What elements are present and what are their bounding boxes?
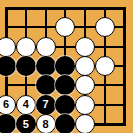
white-stone	[75, 56, 95, 76]
white-stone	[36, 37, 56, 57]
white-stone	[75, 75, 95, 95]
black-stone	[16, 56, 36, 76]
white-stone	[95, 17, 115, 37]
move-number-label: 6	[3, 99, 9, 110]
white-stone	[75, 95, 95, 115]
white-stone	[55, 17, 75, 37]
white-stone	[95, 56, 115, 76]
black-stone	[55, 95, 75, 115]
go-board-diagram: 64758	[0, 0, 133, 133]
black-stone: 5	[16, 114, 36, 133]
white-stone: 8	[36, 114, 56, 133]
white-stone: 4	[16, 95, 36, 115]
move-number-label: 4	[23, 99, 29, 110]
black-stone	[55, 114, 75, 133]
black-stone	[36, 75, 56, 95]
white-stone	[75, 37, 95, 57]
black-stone	[36, 56, 56, 76]
black-stone: 7	[36, 95, 56, 115]
white-stone: 6	[0, 95, 16, 115]
black-stone	[0, 56, 16, 76]
move-number-label: 8	[43, 119, 49, 130]
black-stone	[55, 75, 75, 95]
black-stone	[0, 114, 16, 133]
move-number-label: 7	[43, 99, 49, 110]
move-number-label: 5	[23, 119, 29, 130]
white-stone	[75, 114, 95, 133]
black-stone	[55, 56, 75, 76]
white-stone	[16, 37, 36, 57]
grid-line	[5, 7, 127, 10]
white-stone	[0, 37, 16, 57]
